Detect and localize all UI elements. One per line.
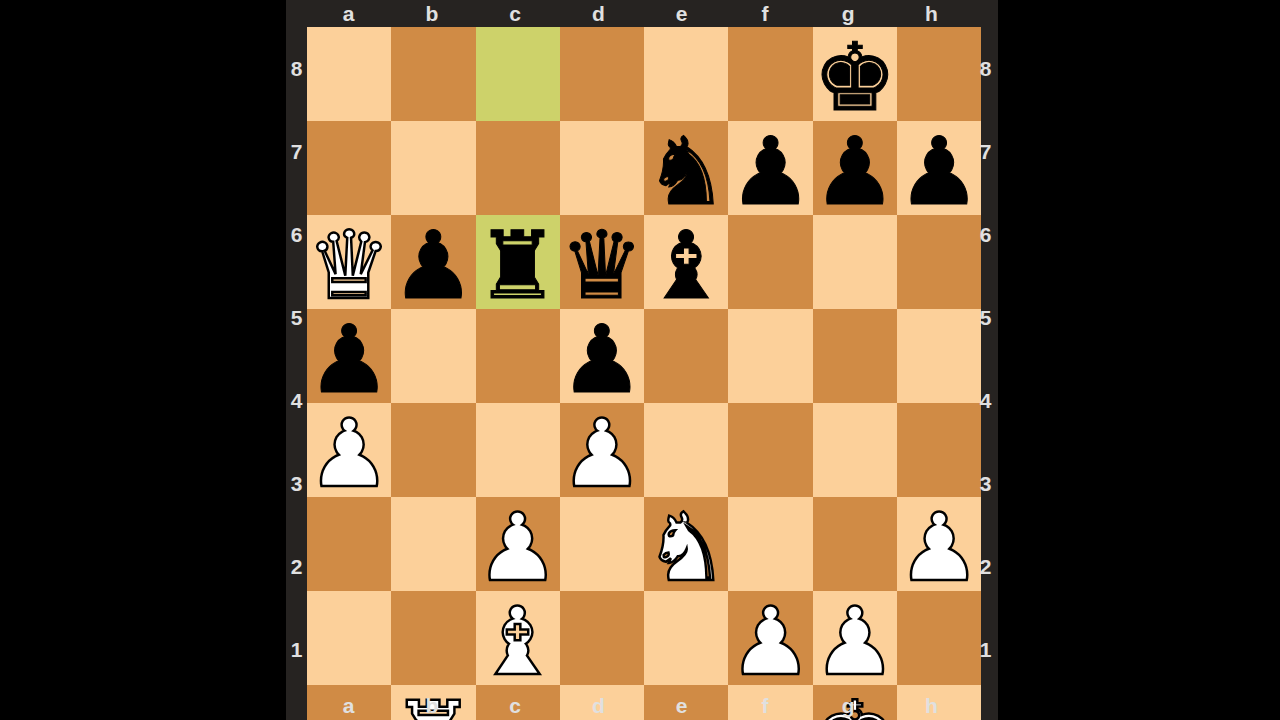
black-pawn-g7[interactable]: ♟: [813, 125, 897, 219]
square-a8[interactable]: [307, 27, 391, 121]
square-e3[interactable]: ♞: [644, 497, 728, 591]
black-pawn-d5[interactable]: ♟: [560, 313, 644, 407]
square-a6[interactable]: ♛: [307, 215, 391, 309]
rank-label-left-2: 2: [286, 525, 307, 608]
square-d8[interactable]: [560, 27, 644, 121]
black-pawn-b6[interactable]: ♟: [391, 219, 475, 313]
white-bishop-c2[interactable]: ♝: [476, 595, 560, 689]
square-g5[interactable]: [813, 309, 897, 403]
black-bishop-e6[interactable]: ♝: [644, 219, 728, 313]
file-label-top-h: h: [890, 0, 973, 27]
rank-label-right-4: 4: [973, 359, 998, 442]
square-e8[interactable]: [644, 27, 728, 121]
file-label-top-c: c: [474, 0, 557, 27]
square-a4[interactable]: ♟: [307, 403, 391, 497]
black-rook-c6[interactable]: ♜: [476, 219, 560, 313]
black-queen-d6[interactable]: ♛: [560, 219, 644, 313]
square-h8[interactable]: [897, 27, 981, 121]
square-a5[interactable]: ♟: [307, 309, 391, 403]
file-label-bottom-b: b: [390, 691, 473, 720]
rank-label-right-7: 7: [973, 110, 998, 193]
square-e2[interactable]: [644, 591, 728, 685]
chess-video-frame: abcdefgh 87654321 ♚♞♟♟♟♛♟♜♛♝♟♟♟♟♟♞♟♝♟♟♜♚…: [0, 0, 1280, 720]
white-knight-e3[interactable]: ♞: [644, 501, 728, 595]
square-g3[interactable]: [813, 497, 897, 591]
square-b2[interactable]: [391, 591, 475, 685]
square-g4[interactable]: [813, 403, 897, 497]
square-d7[interactable]: [560, 121, 644, 215]
rank-label-right-8: 8: [973, 27, 998, 110]
rank-label-right-6: 6: [973, 193, 998, 276]
square-f7[interactable]: ♟: [728, 121, 812, 215]
file-label-bottom-g: g: [807, 691, 890, 720]
square-g6[interactable]: [813, 215, 897, 309]
square-e6[interactable]: ♝: [644, 215, 728, 309]
square-h3[interactable]: ♟: [897, 497, 981, 591]
file-label-bottom-a: a: [307, 691, 390, 720]
square-f5[interactable]: [728, 309, 812, 403]
board: ♚♞♟♟♟♛♟♜♛♝♟♟♟♟♟♞♟♝♟♟♜♚: [307, 27, 973, 691]
rank-label-left-6: 6: [286, 193, 307, 276]
rank-label-right-3: 3: [973, 442, 998, 525]
file-label-bottom-d: d: [557, 691, 640, 720]
white-pawn-f2[interactable]: ♟: [728, 595, 812, 689]
rank-label-right-2: 2: [973, 525, 998, 608]
black-pawn-h7[interactable]: ♟: [897, 125, 981, 219]
rank-labels-left: 87654321: [286, 27, 307, 691]
square-a3[interactable]: [307, 497, 391, 591]
rank-label-right-5: 5: [973, 276, 998, 359]
square-f3[interactable]: [728, 497, 812, 591]
square-d6[interactable]: ♛: [560, 215, 644, 309]
black-pawn-f7[interactable]: ♟: [728, 125, 812, 219]
square-h5[interactable]: [897, 309, 981, 403]
file-label-top-f: f: [723, 0, 806, 27]
square-f4[interactable]: [728, 403, 812, 497]
square-d4[interactable]: ♟: [560, 403, 644, 497]
file-labels-bottom: abcdefgh: [307, 691, 973, 720]
square-c4[interactable]: [476, 403, 560, 497]
square-c7[interactable]: [476, 121, 560, 215]
square-h4[interactable]: [897, 403, 981, 497]
file-label-top-a: a: [307, 0, 390, 27]
rank-label-right-1: 1: [973, 608, 998, 691]
rank-label-left-3: 3: [286, 442, 307, 525]
file-label-top-b: b: [390, 0, 473, 27]
square-b6[interactable]: ♟: [391, 215, 475, 309]
square-b5[interactable]: [391, 309, 475, 403]
square-c8[interactable]: [476, 27, 560, 121]
square-h7[interactable]: ♟: [897, 121, 981, 215]
rank-labels-right: 87654321: [973, 27, 998, 691]
square-e5[interactable]: [644, 309, 728, 403]
square-b3[interactable]: [391, 497, 475, 591]
square-b4[interactable]: [391, 403, 475, 497]
file-label-bottom-f: f: [723, 691, 806, 720]
black-knight-e7[interactable]: ♞: [644, 125, 728, 219]
rank-label-left-1: 1: [286, 608, 307, 691]
square-d2[interactable]: [560, 591, 644, 685]
square-b8[interactable]: [391, 27, 475, 121]
square-f8[interactable]: [728, 27, 812, 121]
square-c2[interactable]: ♝: [476, 591, 560, 685]
white-pawn-d4[interactable]: ♟: [560, 407, 644, 501]
white-pawn-c3[interactable]: ♟: [476, 501, 560, 595]
square-c3[interactable]: ♟: [476, 497, 560, 591]
file-label-bottom-e: e: [640, 691, 723, 720]
square-h6[interactable]: [897, 215, 981, 309]
white-pawn-g2[interactable]: ♟: [813, 595, 897, 689]
square-b7[interactable]: [391, 121, 475, 215]
white-queen-a6[interactable]: ♛: [307, 219, 391, 313]
square-g7[interactable]: ♟: [813, 121, 897, 215]
square-f6[interactable]: [728, 215, 812, 309]
rank-label-left-7: 7: [286, 110, 307, 193]
square-e7[interactable]: ♞: [644, 121, 728, 215]
file-label-top-d: d: [557, 0, 640, 27]
square-a2[interactable]: [307, 591, 391, 685]
board-frame: abcdefgh 87654321 ♚♞♟♟♟♛♟♜♛♝♟♟♟♟♟♞♟♝♟♟♜♚…: [286, 0, 998, 720]
square-c6[interactable]: ♜: [476, 215, 560, 309]
square-e4[interactable]: [644, 403, 728, 497]
white-pawn-h3[interactable]: ♟: [897, 501, 981, 595]
square-d5[interactable]: ♟: [560, 309, 644, 403]
white-pawn-a4[interactable]: ♟: [307, 407, 391, 501]
square-h2[interactable]: [897, 591, 981, 685]
rank-label-left-5: 5: [286, 276, 307, 359]
square-g2[interactable]: ♟: [813, 591, 897, 685]
square-c5[interactable]: [476, 309, 560, 403]
black-king-g8[interactable]: ♚: [813, 31, 897, 125]
square-a7[interactable]: [307, 121, 391, 215]
file-label-bottom-c: c: [474, 691, 557, 720]
file-label-top-e: e: [640, 0, 723, 27]
rank-label-left-4: 4: [286, 359, 307, 442]
square-d3[interactable]: [560, 497, 644, 591]
black-pawn-a5[interactable]: ♟: [307, 313, 391, 407]
square-f2[interactable]: ♟: [728, 591, 812, 685]
rank-label-left-8: 8: [286, 27, 307, 110]
square-g8[interactable]: ♚: [813, 27, 897, 121]
file-label-bottom-h: h: [890, 691, 973, 720]
